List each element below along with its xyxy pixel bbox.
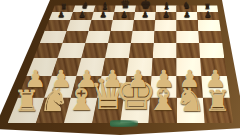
piece-black-pawn-d7: ♟: [120, 10, 129, 18]
piece-black-rook-h8: ♜: [203, 3, 211, 11]
piece-white-knight-b1: ♞: [35, 82, 72, 116]
piece-white-rook-h1: ♜: [202, 87, 234, 116]
piece-white-knight-g1: ♞: [172, 82, 209, 116]
pieces-layer: ♜♞♝♛♚♝♞♜♟♟♟♟♟♟♟♟♟♟♟♟♟♟♟♟♜♞♝♛♚♝♞♜: [0, 0, 240, 140]
piece-white-bishop-c1: ♝: [61, 79, 102, 116]
piece-white-king-e1: ♚: [110, 69, 162, 116]
piece-white-pawn-e2: ♟: [125, 68, 151, 92]
piece-black-bishop-f8: ♝: [161, 1, 172, 11]
piece-black-rook-a8: ♜: [60, 3, 68, 11]
piece-black-pawn-a7: ♟: [57, 10, 66, 18]
piece-white-pawn-g2: ♟: [177, 68, 203, 92]
piece-black-knight-g8: ♞: [182, 1, 192, 10]
piece-black-pawn-c7: ♟: [99, 10, 108, 18]
piece-white-pawn-a2: ♟: [22, 68, 48, 92]
piece-black-pawn-f7: ♟: [162, 10, 171, 18]
piece-white-pawn-c2: ♟: [74, 68, 100, 92]
chess-board-photo: ♜♞♝♛♚♝♞♜♟♟♟♟♟♟♟♟♟♟♟♟♟♟♟♟♜♞♝♛♚♝♞♜: [0, 0, 240, 140]
piece-black-pawn-h7: ♟: [204, 10, 213, 18]
piece-white-bishop-f1: ♝: [143, 79, 184, 116]
piece-black-bishop-c8: ♝: [100, 1, 111, 11]
piece-black-pawn-e7: ♟: [141, 10, 150, 18]
piece-black-pawn-b7: ♟: [78, 10, 87, 18]
piece-white-pawn-f2: ♟: [151, 68, 177, 92]
piece-white-pawn-b2: ♟: [48, 68, 74, 92]
piece-black-knight-b8: ♞: [80, 1, 90, 10]
piece-black-queen-d8: ♛: [119, 0, 132, 10]
piece-white-pawn-d2: ♟: [100, 68, 126, 92]
piece-white-pawn-h2: ♟: [202, 68, 228, 92]
piece-black-king-e8: ♚: [139, 0, 152, 10]
piece-white-rook-a1: ♜: [11, 87, 43, 116]
piece-white-queen-d1: ♛: [84, 72, 132, 116]
piece-black-pawn-g7: ♟: [183, 10, 192, 18]
